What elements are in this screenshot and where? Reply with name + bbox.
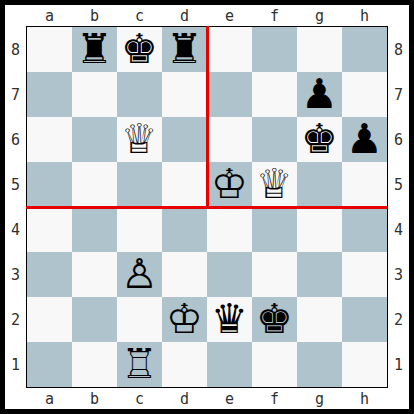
square-g8[interactable]	[297, 27, 342, 72]
file-label-f-top: f	[252, 5, 297, 26]
rank-label-5-left: 5	[5, 162, 26, 207]
square-a6[interactable]	[27, 117, 72, 162]
square-h6[interactable]: ♟	[342, 117, 387, 162]
file-label-g-bottom: g	[297, 388, 342, 409]
white-pawn-c3: ♙	[121, 252, 158, 297]
rank-label-4-left: 4	[5, 207, 26, 252]
file-label-f-bottom: f	[252, 388, 297, 409]
square-a8[interactable]	[27, 27, 72, 72]
black-king-g6: ♚	[301, 117, 338, 162]
square-d5[interactable]	[162, 162, 207, 207]
square-a4[interactable]	[27, 207, 72, 252]
rank-label-2-right: 2	[388, 297, 409, 342]
square-c7[interactable]	[117, 72, 162, 117]
chess-diagram-frame: ♜♚♜♟♕♚♟♔♕♙♔♛♚♖ aabbccddeeffgghh887766554…	[0, 0, 414, 414]
square-e2[interactable]: ♛	[207, 297, 252, 342]
black-pawn-g7: ♟	[301, 72, 338, 117]
file-label-a-top: a	[27, 5, 72, 26]
square-c6[interactable]: ♕	[117, 117, 162, 162]
file-label-a-bottom: a	[27, 388, 72, 409]
rank-label-1-left: 1	[5, 342, 26, 387]
square-b7[interactable]	[72, 72, 117, 117]
square-d3[interactable]	[162, 252, 207, 297]
square-b5[interactable]	[72, 162, 117, 207]
square-g2[interactable]	[297, 297, 342, 342]
white-rook-c1: ♖	[121, 342, 158, 387]
rank-label-1-right: 1	[388, 342, 409, 387]
square-e3[interactable]	[207, 252, 252, 297]
square-f3[interactable]	[252, 252, 297, 297]
square-g5[interactable]	[297, 162, 342, 207]
square-b4[interactable]	[72, 207, 117, 252]
square-d2[interactable]: ♔	[162, 297, 207, 342]
square-f4[interactable]	[252, 207, 297, 252]
square-e1[interactable]	[207, 342, 252, 387]
square-a2[interactable]	[27, 297, 72, 342]
square-d4[interactable]	[162, 207, 207, 252]
square-a3[interactable]	[27, 252, 72, 297]
square-f6[interactable]	[252, 117, 297, 162]
square-c4[interactable]	[117, 207, 162, 252]
black-rook-d8: ♜	[166, 27, 203, 72]
square-h5[interactable]	[342, 162, 387, 207]
square-b1[interactable]	[72, 342, 117, 387]
square-e8[interactable]	[207, 27, 252, 72]
square-f2[interactable]: ♚	[252, 297, 297, 342]
square-h8[interactable]	[342, 27, 387, 72]
rank-label-6-left: 6	[5, 117, 26, 162]
square-f1[interactable]	[252, 342, 297, 387]
square-b3[interactable]	[72, 252, 117, 297]
black-queen-e2: ♛	[211, 297, 248, 342]
rank-label-8-right: 8	[388, 27, 409, 72]
square-e6[interactable]	[207, 117, 252, 162]
square-f5[interactable]: ♕	[252, 162, 297, 207]
rank-label-6-right: 6	[388, 117, 409, 162]
square-c8[interactable]: ♚	[117, 27, 162, 72]
chess-board: ♜♚♜♟♕♚♟♔♕♙♔♛♚♖	[26, 26, 388, 388]
square-a5[interactable]	[27, 162, 72, 207]
square-c3[interactable]: ♙	[117, 252, 162, 297]
square-e4[interactable]	[207, 207, 252, 252]
white-queen-c6: ♕	[121, 117, 158, 162]
square-h3[interactable]	[342, 252, 387, 297]
white-king-e5: ♔	[211, 162, 248, 207]
black-king-f2: ♚	[256, 297, 293, 342]
file-label-g-top: g	[297, 5, 342, 26]
square-d7[interactable]	[162, 72, 207, 117]
square-f8[interactable]	[252, 27, 297, 72]
file-label-b-bottom: b	[72, 388, 117, 409]
black-rook-b8: ♜	[76, 27, 113, 72]
square-c1[interactable]: ♖	[117, 342, 162, 387]
rank-label-3-left: 3	[5, 252, 26, 297]
square-c2[interactable]	[117, 297, 162, 342]
white-queen-f5: ♕	[256, 162, 293, 207]
black-pawn-h6: ♟	[346, 117, 383, 162]
file-label-h-top: h	[342, 5, 387, 26]
square-a1[interactable]	[27, 342, 72, 387]
square-h7[interactable]	[342, 72, 387, 117]
file-label-b-top: b	[72, 5, 117, 26]
square-g7[interactable]: ♟	[297, 72, 342, 117]
file-label-d-bottom: d	[162, 388, 207, 409]
rank-label-5-right: 5	[388, 162, 409, 207]
square-d6[interactable]	[162, 117, 207, 162]
square-a7[interactable]	[27, 72, 72, 117]
square-h2[interactable]	[342, 297, 387, 342]
file-label-c-top: c	[117, 5, 162, 26]
square-g3[interactable]	[297, 252, 342, 297]
rank-label-2-left: 2	[5, 297, 26, 342]
file-label-c-bottom: c	[117, 388, 162, 409]
rank-label-7-right: 7	[388, 72, 409, 117]
square-g1[interactable]	[297, 342, 342, 387]
square-e5[interactable]: ♔	[207, 162, 252, 207]
square-d1[interactable]	[162, 342, 207, 387]
square-g6[interactable]: ♚	[297, 117, 342, 162]
square-d8[interactable]: ♜	[162, 27, 207, 72]
file-label-e-bottom: e	[207, 388, 252, 409]
file-label-d-top: d	[162, 5, 207, 26]
black-king-c8: ♚	[121, 27, 158, 72]
square-e7[interactable]	[207, 72, 252, 117]
white-king-d2: ♔	[166, 297, 203, 342]
rank-label-4-right: 4	[388, 207, 409, 252]
rank-label-8-left: 8	[5, 27, 26, 72]
file-label-h-bottom: h	[342, 388, 387, 409]
square-c5[interactable]	[117, 162, 162, 207]
square-b8[interactable]: ♜	[72, 27, 117, 72]
square-g4[interactable]	[297, 207, 342, 252]
square-h4[interactable]	[342, 207, 387, 252]
file-label-e-top: e	[207, 5, 252, 26]
square-b6[interactable]	[72, 117, 117, 162]
square-b2[interactable]	[72, 297, 117, 342]
square-h1[interactable]	[342, 342, 387, 387]
rank-label-7-left: 7	[5, 72, 26, 117]
square-f7[interactable]	[252, 72, 297, 117]
rank-label-3-right: 3	[388, 252, 409, 297]
